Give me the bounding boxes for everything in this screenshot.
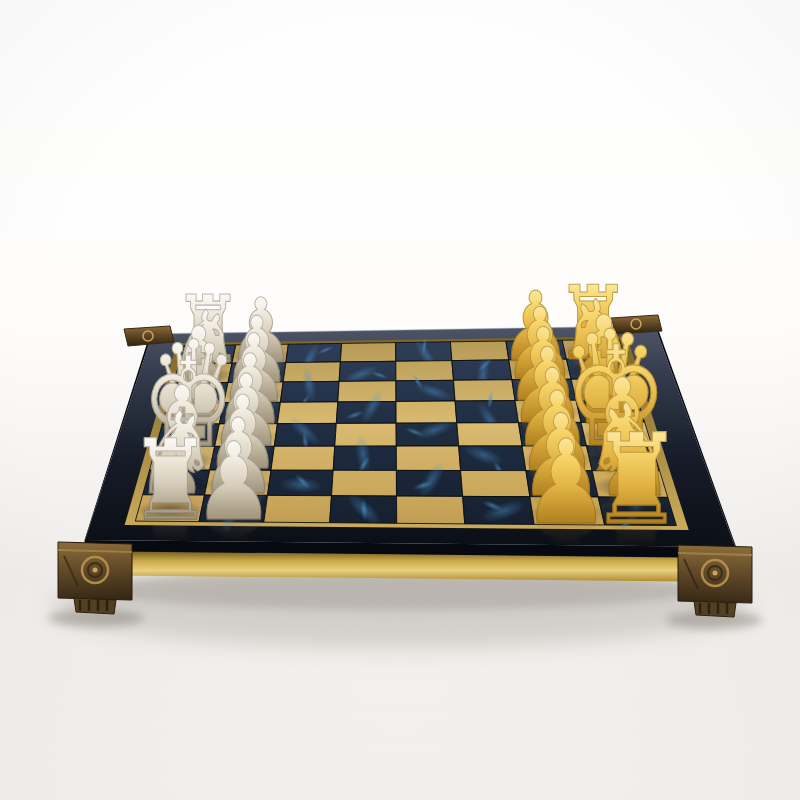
piece-glyph: ♟ xyxy=(469,424,665,541)
chess-pieces-layer: ♜♜♟♟♟♟♜♜♞♞♟♟♟♟♞♞♝♝♟♟♟♟♝♝♛♛♟♟♟♟♛♛♚♚♟♟♟♟♚♚… xyxy=(0,0,800,800)
chess-set-scene: ♜♜♟♟♟♟♜♜♞♞♟♟♟♟♞♞♝♝♟♟♟♟♝♝♛♛♟♟♟♟♛♛♚♚♟♟♟♟♚♚… xyxy=(0,0,800,800)
piece-glyph: ♜ xyxy=(77,425,264,536)
